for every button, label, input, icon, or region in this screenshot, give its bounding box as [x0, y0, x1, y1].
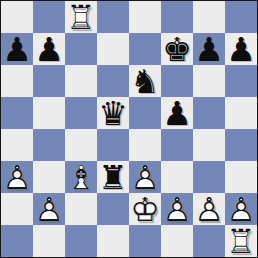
square-c3[interactable]: ♝♗	[65, 161, 97, 193]
square-c2[interactable]	[65, 193, 97, 225]
square-e1[interactable]	[129, 225, 161, 257]
square-c6[interactable]	[65, 65, 97, 97]
white-pawn[interactable]: ♟♙	[225, 193, 257, 225]
square-g8[interactable]	[193, 1, 225, 33]
square-e7[interactable]	[129, 33, 161, 65]
black-pawn[interactable]: ♟	[225, 33, 257, 65]
square-e5[interactable]	[129, 97, 161, 129]
black-king[interactable]: ♚	[161, 33, 193, 65]
square-b2[interactable]: ♟♙	[33, 193, 65, 225]
square-h3[interactable]	[225, 161, 257, 193]
square-f7[interactable]: ♚	[161, 33, 193, 65]
square-g3[interactable]	[193, 161, 225, 193]
square-g6[interactable]	[193, 65, 225, 97]
white-pawn[interactable]: ♟♙	[129, 161, 161, 193]
black-pawn[interactable]: ♟	[193, 33, 225, 65]
square-b7[interactable]: ♟	[33, 33, 65, 65]
square-f6[interactable]	[161, 65, 193, 97]
white-pawn[interactable]: ♟♙	[33, 193, 65, 225]
square-e2[interactable]: ♚♔	[129, 193, 161, 225]
chess-board: ♜♖♟♟♚♟♟♞♛♟♟♙♝♗♜♟♙♟♙♚♔♟♙♟♙♟♙♜♖	[0, 0, 258, 258]
square-d4[interactable]	[97, 129, 129, 161]
square-g2[interactable]: ♟♙	[193, 193, 225, 225]
white-pawn[interactable]: ♟♙	[1, 161, 33, 193]
square-a4[interactable]	[1, 129, 33, 161]
square-a7[interactable]: ♟	[1, 33, 33, 65]
chess-app-window: ♜♖♟♟♚♟♟♞♛♟♟♙♝♗♜♟♙♟♙♚♔♟♙♟♙♟♙♜♖	[0, 0, 258, 258]
square-d6[interactable]	[97, 65, 129, 97]
square-e4[interactable]	[129, 129, 161, 161]
square-f8[interactable]	[161, 1, 193, 33]
square-e8[interactable]	[129, 1, 161, 33]
square-f3[interactable]	[161, 161, 193, 193]
square-d2[interactable]	[97, 193, 129, 225]
square-b5[interactable]	[33, 97, 65, 129]
square-a2[interactable]	[1, 193, 33, 225]
square-c5[interactable]	[65, 97, 97, 129]
square-h5[interactable]	[225, 97, 257, 129]
black-queen[interactable]: ♛	[97, 97, 129, 129]
square-a8[interactable]	[1, 1, 33, 33]
square-e6[interactable]: ♞	[129, 65, 161, 97]
square-b1[interactable]	[33, 225, 65, 257]
square-g5[interactable]	[193, 97, 225, 129]
square-c8[interactable]: ♜♖	[65, 1, 97, 33]
square-h1[interactable]: ♜♖	[225, 225, 257, 257]
square-b4[interactable]	[33, 129, 65, 161]
square-f1[interactable]	[161, 225, 193, 257]
black-knight[interactable]: ♞	[129, 65, 161, 97]
black-rook[interactable]: ♜	[97, 161, 129, 193]
square-c4[interactable]	[65, 129, 97, 161]
square-f5[interactable]: ♟	[161, 97, 193, 129]
square-h6[interactable]	[225, 65, 257, 97]
square-h4[interactable]	[225, 129, 257, 161]
square-d1[interactable]	[97, 225, 129, 257]
white-pawn[interactable]: ♟♙	[193, 193, 225, 225]
white-king[interactable]: ♚♔	[129, 193, 161, 225]
square-b6[interactable]	[33, 65, 65, 97]
square-f4[interactable]	[161, 129, 193, 161]
white-bishop[interactable]: ♝♗	[65, 161, 97, 193]
square-d8[interactable]	[97, 1, 129, 33]
black-pawn[interactable]: ♟	[33, 33, 65, 65]
white-rook[interactable]: ♜♖	[225, 225, 257, 257]
black-pawn[interactable]: ♟	[161, 97, 193, 129]
square-d5[interactable]: ♛	[97, 97, 129, 129]
square-h7[interactable]: ♟	[225, 33, 257, 65]
square-b3[interactable]	[33, 161, 65, 193]
square-a3[interactable]: ♟♙	[1, 161, 33, 193]
black-pawn[interactable]: ♟	[1, 33, 33, 65]
square-d3[interactable]: ♜	[97, 161, 129, 193]
square-g4[interactable]	[193, 129, 225, 161]
square-g1[interactable]	[193, 225, 225, 257]
white-rook[interactable]: ♜♖	[65, 1, 97, 33]
square-h2[interactable]: ♟♙	[225, 193, 257, 225]
square-a1[interactable]	[1, 225, 33, 257]
square-e3[interactable]: ♟♙	[129, 161, 161, 193]
square-h8[interactable]	[225, 1, 257, 33]
square-a6[interactable]	[1, 65, 33, 97]
square-c7[interactable]	[65, 33, 97, 65]
square-d7[interactable]	[97, 33, 129, 65]
square-c1[interactable]	[65, 225, 97, 257]
white-pawn[interactable]: ♟♙	[161, 193, 193, 225]
square-a5[interactable]	[1, 97, 33, 129]
square-g7[interactable]: ♟	[193, 33, 225, 65]
square-f2[interactable]: ♟♙	[161, 193, 193, 225]
square-b8[interactable]	[33, 1, 65, 33]
